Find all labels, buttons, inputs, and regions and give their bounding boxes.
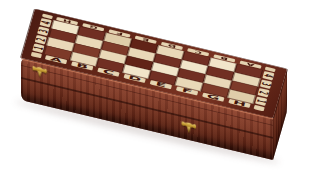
clasp-drop bbox=[187, 126, 191, 134]
clasp-drop bbox=[38, 71, 42, 79]
chess-box-photo: HGFEDCBA44332211ABCDEFGH bbox=[0, 0, 310, 177]
